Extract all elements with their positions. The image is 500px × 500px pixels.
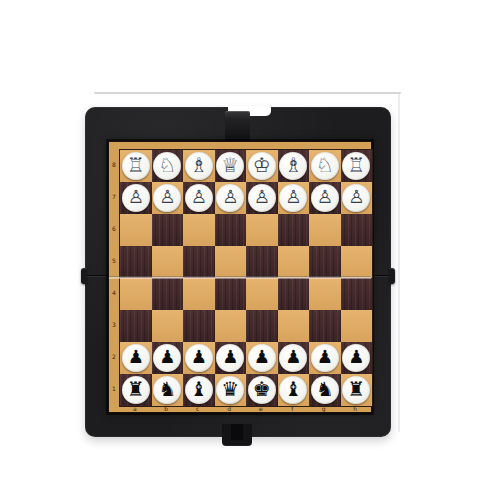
black-pawn-glyph: ♟	[191, 348, 207, 366]
square-a2: ♟	[120, 342, 152, 374]
square-g8: ♘	[309, 150, 341, 182]
square-c6	[183, 214, 215, 246]
rank-label-2: 2	[109, 341, 119, 373]
square-e1: ♚	[246, 374, 278, 406]
white-pawn: ♙	[311, 184, 339, 212]
square-a3	[120, 310, 152, 342]
white-pawn-glyph: ♙	[128, 188, 144, 206]
square-e5	[246, 246, 278, 278]
black-rook-glyph: ♜	[127, 379, 145, 399]
white-pawn-glyph: ♙	[317, 188, 333, 206]
black-pawn-glyph: ♟	[128, 348, 144, 366]
black-pawn: ♟	[342, 344, 370, 372]
square-f7: ♙	[278, 182, 310, 214]
square-a8: ♖	[120, 150, 152, 182]
square-c7: ♙	[183, 182, 215, 214]
square-e8: ♔	[246, 150, 278, 182]
square-g6	[309, 214, 341, 246]
square-g1: ♞	[309, 374, 341, 406]
square-e2: ♟	[246, 342, 278, 374]
black-bishop-glyph: ♝	[284, 379, 302, 399]
black-rook: ♜	[342, 376, 370, 404]
board-fold-line	[109, 276, 371, 279]
white-queen: ♕	[216, 152, 244, 180]
square-h5	[341, 246, 373, 278]
rank-label-4: 4	[109, 277, 119, 309]
square-b1: ♞	[152, 374, 184, 406]
white-king-glyph: ♔	[253, 155, 271, 175]
hinge-right	[389, 268, 395, 284]
white-pawn: ♙	[342, 184, 370, 212]
square-f2: ♟	[278, 342, 310, 374]
black-queen: ♛	[216, 376, 244, 404]
black-rook: ♜	[122, 376, 150, 404]
square-a4	[120, 278, 152, 310]
white-rook: ♖	[342, 152, 370, 180]
black-queen-glyph: ♛	[221, 379, 239, 399]
white-rook-glyph: ♖	[127, 155, 145, 175]
white-pawn: ♙	[153, 184, 181, 212]
square-h2: ♟	[341, 342, 373, 374]
white-bishop: ♗	[185, 152, 213, 180]
black-pawn: ♟	[311, 344, 339, 372]
square-e4	[246, 278, 278, 310]
square-a1: ♜	[120, 374, 152, 406]
square-a6	[120, 214, 152, 246]
black-rook-glyph: ♜	[347, 379, 365, 399]
square-b2: ♟	[152, 342, 184, 374]
square-c2: ♟	[183, 342, 215, 374]
hinge-left	[81, 268, 87, 284]
rank-label-5: 5	[109, 245, 119, 277]
black-pawn-glyph: ♟	[285, 348, 301, 366]
black-bishop: ♝	[279, 376, 307, 404]
square-d7: ♙	[215, 182, 247, 214]
rank-label-8: 8	[109, 149, 119, 181]
white-pawn-glyph: ♙	[254, 188, 270, 206]
bottom-clasp-tab	[222, 424, 252, 446]
square-b8: ♘	[152, 150, 184, 182]
square-d5	[215, 246, 247, 278]
square-e6	[246, 214, 278, 246]
black-pawn-glyph: ♟	[159, 348, 175, 366]
rank-label-6: 6	[109, 213, 119, 245]
square-d3	[215, 310, 247, 342]
black-king-glyph: ♚	[253, 379, 271, 399]
square-c5	[183, 246, 215, 278]
square-b4	[152, 278, 184, 310]
black-bishop: ♝	[185, 376, 213, 404]
white-bishop-glyph: ♗	[190, 155, 208, 175]
black-bishop-glyph: ♝	[190, 379, 208, 399]
square-f6	[278, 214, 310, 246]
square-g2: ♟	[309, 342, 341, 374]
square-d2: ♟	[215, 342, 247, 374]
square-d4	[215, 278, 247, 310]
square-b5	[152, 246, 184, 278]
black-pawn: ♟	[122, 344, 150, 372]
white-knight: ♘	[311, 152, 339, 180]
square-h8: ♖	[341, 150, 373, 182]
square-g5	[309, 246, 341, 278]
square-c8: ♗	[183, 150, 215, 182]
black-pawn: ♟	[216, 344, 244, 372]
white-pawn-glyph: ♙	[348, 188, 364, 206]
bottom-clasp-tab-slot	[231, 424, 243, 440]
black-pawn-glyph: ♟	[348, 348, 364, 366]
square-c1: ♝	[183, 374, 215, 406]
square-h6	[341, 214, 373, 246]
black-knight: ♞	[153, 376, 181, 404]
white-bishop: ♗	[279, 152, 307, 180]
square-f5	[278, 246, 310, 278]
square-f3	[278, 310, 310, 342]
square-d8: ♕	[215, 150, 247, 182]
case-back-right-edge	[398, 94, 400, 432]
square-g7: ♙	[309, 182, 341, 214]
rank-label-1: 1	[109, 373, 119, 405]
square-h4	[341, 278, 373, 310]
square-g3	[309, 310, 341, 342]
white-pawn: ♙	[248, 184, 276, 212]
chess-case: 87654321 abcdefgh ♖♘♗♕♔♗♘♖♙♙♙♙♙♙♙♙♟♟♟♟♟♟…	[85, 107, 391, 437]
black-king: ♚	[248, 376, 276, 404]
square-b6	[152, 214, 184, 246]
rank-label-7: 7	[109, 181, 119, 213]
white-queen-glyph: ♕	[221, 155, 239, 175]
black-knight: ♞	[311, 376, 339, 404]
white-pawn: ♙	[122, 184, 150, 212]
white-knight-glyph: ♘	[158, 155, 176, 175]
square-g4	[309, 278, 341, 310]
square-c4	[183, 278, 215, 310]
black-pawn-glyph: ♟	[222, 348, 238, 366]
white-pawn-glyph: ♙	[191, 188, 207, 206]
black-knight-glyph: ♞	[316, 379, 334, 399]
square-f8: ♗	[278, 150, 310, 182]
black-pawn-glyph: ♟	[317, 348, 333, 366]
white-knight: ♘	[153, 152, 181, 180]
square-e3	[246, 310, 278, 342]
black-pawn: ♟	[279, 344, 307, 372]
black-pawn: ♟	[185, 344, 213, 372]
white-knight-glyph: ♘	[316, 155, 334, 175]
square-e7: ♙	[246, 182, 278, 214]
white-pawn-glyph: ♙	[222, 188, 238, 206]
square-h7: ♙	[341, 182, 373, 214]
rank-label-3: 3	[109, 309, 119, 341]
white-pawn: ♙	[185, 184, 213, 212]
white-pawn-glyph: ♙	[285, 188, 301, 206]
white-pawn-glyph: ♙	[159, 188, 175, 206]
chess-board: 87654321 abcdefgh ♖♘♗♕♔♗♘♖♙♙♙♙♙♙♙♙♟♟♟♟♟♟…	[108, 141, 372, 413]
square-f4	[278, 278, 310, 310]
black-knight-glyph: ♞	[158, 379, 176, 399]
clasp-latch	[225, 111, 250, 141]
square-c3	[183, 310, 215, 342]
white-pawn: ♙	[279, 184, 307, 212]
square-h3	[341, 310, 373, 342]
black-pawn: ♟	[248, 344, 276, 372]
white-rook: ♖	[122, 152, 150, 180]
white-bishop-glyph: ♗	[284, 155, 302, 175]
square-d1: ♛	[215, 374, 247, 406]
square-a5	[120, 246, 152, 278]
black-pawn-glyph: ♟	[254, 348, 270, 366]
square-f1: ♝	[278, 374, 310, 406]
white-rook-glyph: ♖	[347, 155, 365, 175]
white-pawn: ♙	[216, 184, 244, 212]
square-b3	[152, 310, 184, 342]
square-d6	[215, 214, 247, 246]
square-b7: ♙	[152, 182, 184, 214]
square-h1: ♜	[341, 374, 373, 406]
white-king: ♔	[248, 152, 276, 180]
square-a7: ♙	[120, 182, 152, 214]
product-photo: 87654321 abcdefgh ♖♘♗♕♔♗♘♖♙♙♙♙♙♙♙♙♟♟♟♟♟♟…	[0, 0, 500, 500]
case-back-top-edge	[94, 92, 401, 94]
black-pawn: ♟	[153, 344, 181, 372]
